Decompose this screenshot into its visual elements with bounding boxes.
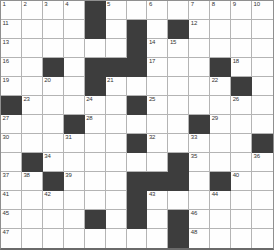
white-cell-r2c6[interactable]	[106, 20, 127, 39]
white-cell-r4c1[interactable]: 16	[1, 58, 22, 77]
clue-number: 30	[3, 134, 9, 141]
white-cell-r6c2[interactable]: 23	[22, 96, 43, 115]
clue-number: 4	[65, 1, 68, 8]
clue-number: 45	[3, 210, 9, 217]
clue-number: 39	[65, 172, 71, 179]
white-cell-r4c10[interactable]	[189, 58, 210, 77]
white-cell-r13c5[interactable]	[85, 229, 106, 248]
white-cell-r11c13[interactable]	[252, 191, 273, 210]
black-cell-r10c9	[168, 172, 189, 191]
black-cell-r5c12	[231, 77, 252, 96]
white-cell-r11c4[interactable]	[64, 191, 85, 210]
clue-number: 26	[233, 96, 239, 103]
white-cell-r5c3[interactable]: 20	[43, 77, 64, 96]
white-cell-r1c12[interactable]: 9	[231, 1, 252, 20]
clue-number: 33	[191, 134, 197, 141]
white-cell-r13c6[interactable]	[106, 229, 127, 248]
black-cell-r12c5	[85, 210, 106, 229]
black-cell-r6c7	[127, 96, 148, 115]
white-cell-r7c5[interactable]: 28	[85, 115, 106, 134]
clue-number: 36	[254, 153, 260, 160]
white-cell-r11c9[interactable]	[168, 191, 189, 210]
white-cell-r5c4[interactable]	[64, 77, 85, 96]
white-cell-r8c6[interactable]	[106, 134, 127, 153]
clue-number: 25	[149, 96, 155, 103]
white-cell-r13c3[interactable]	[43, 229, 64, 248]
white-cell-r2c11[interactable]	[210, 20, 231, 39]
clue-number: 40	[233, 172, 239, 179]
clue-number: 42	[44, 191, 50, 198]
white-cell-r7c3[interactable]	[43, 115, 64, 134]
white-cell-r5c2[interactable]	[22, 77, 43, 96]
white-cell-r4c4[interactable]	[64, 58, 85, 77]
white-cell-r12c2[interactable]	[22, 210, 43, 229]
white-cell-r6c6[interactable]	[106, 96, 127, 115]
white-cell-r13c8[interactable]	[147, 229, 168, 248]
white-cell-r3c4[interactable]	[64, 39, 85, 58]
white-cell-r11c12[interactable]	[231, 191, 252, 210]
white-cell-r9c11[interactable]	[210, 153, 231, 172]
clue-number: 34	[44, 153, 50, 160]
white-cell-r10c2[interactable]: 38	[22, 172, 43, 191]
white-cell-r2c1[interactable]: 11	[1, 20, 22, 39]
white-cell-r2c12[interactable]	[231, 20, 252, 39]
white-cell-r3c13[interactable]	[252, 39, 273, 58]
black-cell-r1c5	[85, 1, 106, 20]
clue-number: 43	[149, 191, 155, 198]
white-cell-r8c9[interactable]	[168, 134, 189, 153]
white-cell-r3c12[interactable]	[231, 39, 252, 58]
clue-number: 46	[191, 210, 197, 217]
white-cell-r13c7[interactable]	[127, 229, 148, 248]
white-cell-r2c2[interactable]	[22, 20, 43, 39]
clue-number: 44	[212, 191, 218, 198]
white-cell-r5c9[interactable]	[168, 77, 189, 96]
clue-number: 6	[149, 1, 152, 8]
white-cell-r6c5[interactable]: 24	[85, 96, 106, 115]
black-cell-r4c5	[85, 58, 106, 77]
white-cell-r12c1[interactable]: 45	[1, 210, 22, 229]
white-cell-r9c8[interactable]	[147, 153, 168, 172]
white-cell-r4c13[interactable]	[252, 58, 273, 77]
white-cell-r9c4[interactable]	[64, 153, 85, 172]
clue-number: 20	[44, 77, 50, 84]
white-cell-r12c6[interactable]	[106, 210, 127, 229]
black-cell-r2c9	[168, 20, 189, 39]
white-cell-r8c2[interactable]	[22, 134, 43, 153]
black-cell-r12c7	[127, 210, 148, 229]
white-cell-r7c13[interactable]	[252, 115, 273, 134]
white-cell-r8c1[interactable]: 30	[1, 134, 22, 153]
white-cell-r7c9[interactable]	[168, 115, 189, 134]
white-cell-r13c13[interactable]	[252, 229, 273, 248]
clue-number: 2	[23, 1, 26, 8]
black-cell-r2c5	[85, 20, 106, 39]
black-cell-r10c7	[127, 172, 148, 191]
white-cell-r8c12[interactable]	[231, 134, 252, 153]
clue-number: 5	[107, 1, 110, 8]
white-cell-r8c10[interactable]: 33	[189, 134, 210, 153]
clue-number: 32	[149, 134, 155, 141]
white-cell-r5c8[interactable]	[147, 77, 168, 96]
white-cell-r5c1[interactable]: 19	[1, 77, 22, 96]
white-cell-r1c1[interactable]: 1	[1, 1, 22, 20]
white-cell-r7c2[interactable]	[22, 115, 43, 134]
black-cell-r4c11	[210, 58, 231, 77]
white-cell-r10c4[interactable]: 39	[64, 172, 85, 191]
black-cell-r12c9	[168, 210, 189, 229]
clue-number: 29	[212, 115, 218, 122]
white-cell-r1c7[interactable]	[127, 1, 148, 20]
clue-number: 3	[44, 1, 47, 8]
white-cell-r12c4[interactable]	[64, 210, 85, 229]
white-cell-r1c4[interactable]: 4	[64, 1, 85, 20]
white-cell-r4c8[interactable]: 17	[147, 58, 168, 77]
black-cell-r10c8	[147, 172, 168, 191]
white-cell-r11c1[interactable]: 41	[1, 191, 22, 210]
clue-number: 19	[3, 77, 9, 84]
black-cell-r10c3	[43, 172, 64, 191]
white-cell-r13c2[interactable]	[22, 229, 43, 248]
white-cell-r10c12[interactable]: 40	[231, 172, 252, 191]
white-cell-r1c10[interactable]: 7	[189, 1, 210, 20]
clue-number: 35	[191, 153, 197, 160]
white-cell-r10c10[interactable]	[189, 172, 210, 191]
white-cell-r12c10[interactable]: 46	[189, 210, 210, 229]
white-cell-r6c4[interactable]	[64, 96, 85, 115]
white-cell-r6c12[interactable]: 26	[231, 96, 252, 115]
clue-number: 16	[3, 58, 9, 65]
white-cell-r5c6[interactable]: 21	[106, 77, 127, 96]
clue-number: 13	[3, 39, 9, 46]
clue-number: 28	[86, 115, 92, 122]
white-cell-r7c12[interactable]	[231, 115, 252, 134]
white-cell-r10c13[interactable]	[252, 172, 273, 191]
clue-number: 14	[149, 39, 155, 46]
white-cell-r11c11[interactable]: 44	[210, 191, 231, 210]
white-cell-r1c6[interactable]: 5	[106, 1, 127, 20]
black-cell-r8c7	[127, 134, 148, 153]
white-cell-r9c6[interactable]	[106, 153, 127, 172]
black-cell-r13c9	[168, 229, 189, 248]
clue-number: 10	[254, 1, 260, 8]
clue-number: 48	[191, 229, 197, 236]
white-cell-r2c13[interactable]	[252, 20, 273, 39]
white-cell-r7c6[interactable]	[106, 115, 127, 134]
black-cell-r10c11	[210, 172, 231, 191]
white-cell-r1c13[interactable]: 10	[252, 1, 273, 20]
white-cell-r3c6[interactable]	[106, 39, 127, 58]
white-cell-r2c10[interactable]: 12	[189, 20, 210, 39]
white-cell-r3c11[interactable]	[210, 39, 231, 58]
white-cell-r7c11[interactable]: 29	[210, 115, 231, 134]
white-cell-r12c3[interactable]	[43, 210, 64, 229]
white-cell-r8c11[interactable]	[210, 134, 231, 153]
white-cell-r6c8[interactable]: 25	[147, 96, 168, 115]
white-cell-r13c1[interactable]: 47	[1, 229, 22, 248]
white-cell-r3c2[interactable]	[22, 39, 43, 58]
clue-number: 31	[65, 134, 71, 141]
black-cell-r9c2	[22, 153, 43, 172]
white-cell-r12c13[interactable]	[252, 210, 273, 229]
white-cell-r11c2[interactable]	[22, 191, 43, 210]
clue-number: 11	[3, 20, 9, 27]
black-cell-r5c5	[85, 77, 106, 96]
white-cell-r3c5[interactable]	[85, 39, 106, 58]
black-cell-r9c9	[168, 153, 189, 172]
white-cell-r10c5[interactable]	[85, 172, 106, 191]
black-cell-r8c13	[252, 134, 273, 153]
black-cell-r11c7	[127, 191, 148, 210]
white-cell-r4c12[interactable]: 18	[231, 58, 252, 77]
white-cell-r2c8[interactable]	[147, 20, 168, 39]
white-cell-r10c1[interactable]: 37	[1, 172, 22, 191]
white-cell-r12c12[interactable]	[231, 210, 252, 229]
clue-number: 1	[3, 1, 6, 8]
white-cell-r2c3[interactable]	[43, 20, 64, 39]
black-cell-r7c4	[64, 115, 85, 134]
clue-number: 12	[191, 20, 197, 27]
black-cell-r4c6	[106, 58, 127, 77]
clue-number: 38	[23, 172, 29, 179]
white-cell-r1c11[interactable]: 8	[210, 1, 231, 20]
white-cell-r9c10[interactable]: 35	[189, 153, 210, 172]
clue-number: 47	[3, 229, 9, 236]
white-cell-r9c1[interactable]	[1, 153, 22, 172]
white-cell-r10c6[interactable]	[106, 172, 127, 191]
white-cell-r6c13[interactable]	[252, 96, 273, 115]
white-cell-r5c7[interactable]	[127, 77, 148, 96]
white-cell-r13c12[interactable]	[231, 229, 252, 248]
white-cell-r13c10[interactable]: 48	[189, 229, 210, 248]
clue-number: 23	[23, 96, 29, 103]
white-cell-r3c3[interactable]	[43, 39, 64, 58]
white-cell-r1c9[interactable]	[168, 1, 189, 20]
white-cell-r7c7[interactable]	[127, 115, 148, 134]
clue-number: 9	[233, 1, 236, 8]
white-cell-r1c2[interactable]: 2	[22, 1, 43, 20]
white-cell-r13c11[interactable]	[210, 229, 231, 248]
white-cell-r8c3[interactable]	[43, 134, 64, 153]
white-cell-r9c7[interactable]	[127, 153, 148, 172]
white-cell-r4c9[interactable]	[168, 58, 189, 77]
white-cell-r3c10[interactable]	[189, 39, 210, 58]
white-cell-r11c10[interactable]	[189, 191, 210, 210]
clue-number: 8	[212, 1, 215, 8]
white-cell-r4c2[interactable]	[22, 58, 43, 77]
white-cell-r9c12[interactable]	[231, 153, 252, 172]
black-cell-r2c7	[127, 20, 148, 39]
white-cell-r12c8[interactable]	[147, 210, 168, 229]
white-cell-r12c11[interactable]	[210, 210, 231, 229]
white-cell-r9c3[interactable]: 34	[43, 153, 64, 172]
white-cell-r11c6[interactable]	[106, 191, 127, 210]
white-cell-r9c5[interactable]	[85, 153, 106, 172]
white-cell-r8c4[interactable]: 31	[64, 134, 85, 153]
clue-number: 18	[233, 58, 239, 65]
white-cell-r6c11[interactable]	[210, 96, 231, 115]
white-cell-r11c3[interactable]: 42	[43, 191, 64, 210]
clue-number: 7	[191, 1, 194, 8]
black-cell-r4c7	[127, 58, 148, 77]
white-cell-r11c8[interactable]: 43	[147, 191, 168, 210]
black-cell-r6c1	[1, 96, 22, 115]
white-cell-r5c10[interactable]	[189, 77, 210, 96]
white-cell-r11c5[interactable]	[85, 191, 106, 210]
white-cell-r9c13[interactable]: 36	[252, 153, 273, 172]
clue-number: 41	[3, 191, 9, 198]
white-cell-r3c1[interactable]: 13	[1, 39, 22, 58]
white-cell-r1c8[interactable]: 6	[147, 1, 168, 20]
black-cell-r7c10	[189, 115, 210, 134]
white-cell-r6c3[interactable]	[43, 96, 64, 115]
white-cell-r7c8[interactable]	[147, 115, 168, 134]
white-cell-r3c8[interactable]: 14	[147, 39, 168, 58]
clue-number: 27	[3, 115, 9, 122]
white-cell-r5c13[interactable]	[252, 77, 273, 96]
white-cell-r2c4[interactable]	[64, 20, 85, 39]
clue-number: 21	[107, 77, 113, 84]
white-cell-r1c3[interactable]: 3	[43, 1, 64, 20]
white-cell-r3c9[interactable]: 15	[168, 39, 189, 58]
crossword-grid: 1234567891011121314151617181920212223242…	[0, 0, 274, 250]
white-cell-r6c10[interactable]	[189, 96, 210, 115]
white-cell-r8c5[interactable]	[85, 134, 106, 153]
black-cell-r4c3	[43, 58, 64, 77]
clue-number: 22	[212, 77, 218, 84]
clue-number: 15	[170, 39, 176, 46]
clue-number: 24	[86, 96, 92, 103]
white-cell-r13c4[interactable]	[64, 229, 85, 248]
clue-number: 17	[149, 58, 155, 65]
white-cell-r7c1[interactable]: 27	[1, 115, 22, 134]
black-cell-r3c7	[127, 39, 148, 58]
white-cell-r5c11[interactable]: 22	[210, 77, 231, 96]
white-cell-r6c9[interactable]	[168, 96, 189, 115]
clue-number: 37	[3, 172, 9, 179]
white-cell-r8c8[interactable]: 32	[147, 134, 168, 153]
